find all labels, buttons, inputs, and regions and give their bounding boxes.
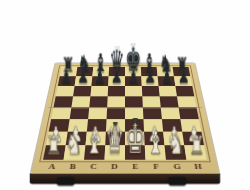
square-g4[interactable] xyxy=(161,107,181,119)
square-c6[interactable] xyxy=(90,86,108,96)
piece-black-pawn[interactable]: ♟ xyxy=(178,68,190,86)
piece-white-king[interactable]: ♚ xyxy=(125,118,145,159)
square-e6[interactable] xyxy=(125,86,142,96)
piece-white-rook[interactable]: ♜ xyxy=(45,133,61,158)
piece-black-pawn[interactable]: ♟ xyxy=(94,68,106,86)
piece-black-pawn[interactable]: ♟ xyxy=(161,68,173,86)
file-label-b: B xyxy=(62,163,84,171)
piece-white-queen[interactable]: ♛ xyxy=(105,122,124,159)
square-d1[interactable]: ♛ xyxy=(105,145,125,159)
chessboard: ♜♞♝♛♚♝♞♜♟♟♟♟♟♟♟♟♟♟♟♟♟♟♟♟♜♞♝♛♚♝♞♜ ABCDEFG… xyxy=(31,63,219,173)
square-f6[interactable] xyxy=(142,86,160,96)
square-c1[interactable]: ♝ xyxy=(84,145,105,159)
square-h1[interactable]: ♜ xyxy=(184,145,207,159)
square-d5[interactable] xyxy=(107,96,125,107)
square-f4[interactable] xyxy=(143,107,162,119)
piece-black-pawn[interactable]: ♟ xyxy=(77,68,89,86)
file-label-f: F xyxy=(146,163,167,171)
square-d6[interactable] xyxy=(108,86,125,96)
square-d7[interactable]: ♟ xyxy=(108,76,125,86)
piece-white-rook[interactable]: ♜ xyxy=(188,133,204,158)
board-front-edge xyxy=(30,173,221,184)
file-label-d: D xyxy=(104,163,125,171)
square-b1[interactable]: ♞ xyxy=(64,145,86,159)
square-b6[interactable] xyxy=(73,86,91,96)
square-h6[interactable] xyxy=(175,86,194,96)
piece-white-knight[interactable]: ♞ xyxy=(65,130,82,159)
piece-black-pawn[interactable]: ♟ xyxy=(128,68,140,86)
hinge-clasp-left xyxy=(56,177,74,185)
file-label-e: E xyxy=(125,163,146,171)
square-g6[interactable] xyxy=(159,86,177,96)
square-a7[interactable]: ♟ xyxy=(58,76,76,86)
square-a1[interactable]: ♜ xyxy=(43,145,66,159)
file-labels: ABCDEFGH xyxy=(41,162,210,171)
square-c5[interactable] xyxy=(89,96,107,107)
file-label-a: A xyxy=(41,163,63,171)
file-label-c: C xyxy=(83,163,104,171)
piece-black-pawn[interactable]: ♟ xyxy=(60,68,72,86)
square-b5[interactable] xyxy=(71,96,90,107)
chessboard-scene: ♜♞♝♛♚♝♞♜♟♟♟♟♟♟♟♟♟♟♟♟♟♟♟♟♜♞♝♛♚♝♞♜ ABCDEFG… xyxy=(0,0,250,190)
square-a6[interactable] xyxy=(56,86,75,96)
square-b7[interactable]: ♟ xyxy=(75,76,93,86)
square-e1[interactable]: ♚ xyxy=(125,145,145,159)
square-e5[interactable] xyxy=(125,96,143,107)
square-a5[interactable] xyxy=(54,96,74,107)
square-g5[interactable] xyxy=(160,96,179,107)
square-h5[interactable] xyxy=(177,96,197,107)
piece-white-knight[interactable]: ♞ xyxy=(167,130,184,159)
file-label-g: G xyxy=(166,163,188,171)
product-photo: ♜♞♝♛♚♝♞♜♟♟♟♟♟♟♟♟♟♟♟♟♟♟♟♟♜♞♝♛♚♝♞♜ ABCDEFG… xyxy=(0,0,250,190)
square-g1[interactable]: ♞ xyxy=(165,145,187,159)
piece-white-bishop[interactable]: ♝ xyxy=(86,128,103,159)
square-f1[interactable]: ♝ xyxy=(145,145,166,159)
square-g7[interactable]: ♟ xyxy=(158,76,176,86)
square-a4[interactable] xyxy=(51,107,71,119)
square-h7[interactable]: ♟ xyxy=(174,76,192,86)
square-h4[interactable] xyxy=(179,107,199,119)
piece-white-bishop[interactable]: ♝ xyxy=(147,128,164,159)
piece-black-pawn[interactable]: ♟ xyxy=(144,68,156,86)
square-f7[interactable]: ♟ xyxy=(141,76,158,86)
square-f5[interactable] xyxy=(142,96,160,107)
board-grid: ♜♞♝♛♚♝♞♜♟♟♟♟♟♟♟♟♟♟♟♟♟♟♟♟♜♞♝♛♚♝♞♜ xyxy=(43,67,207,160)
file-label-h: H xyxy=(187,163,209,171)
hinge-clasp-right xyxy=(169,177,187,185)
square-c7[interactable]: ♟ xyxy=(91,76,108,86)
square-e7[interactable]: ♟ xyxy=(125,76,142,86)
piece-black-pawn[interactable]: ♟ xyxy=(111,68,123,86)
square-b4[interactable] xyxy=(70,107,90,119)
